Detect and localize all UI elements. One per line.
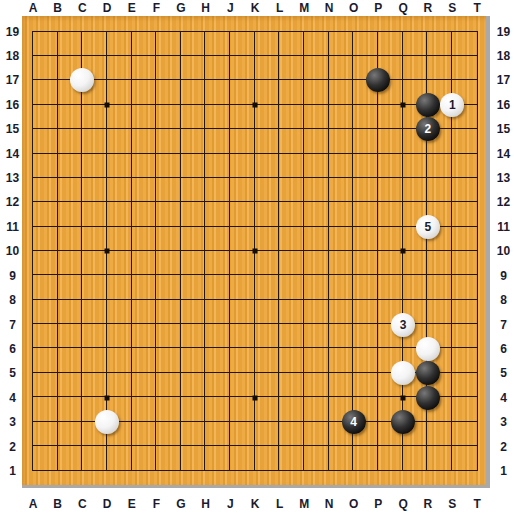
grid-cell[interactable] — [33, 154, 58, 178]
grid-cell[interactable] — [58, 422, 83, 446]
grid-cell[interactable] — [230, 227, 255, 251]
grid-cell[interactable] — [279, 154, 304, 178]
grid-cell[interactable] — [181, 80, 206, 104]
grid-cell[interactable] — [255, 300, 280, 324]
grid-cell[interactable] — [255, 348, 280, 372]
grid-cell[interactable] — [132, 56, 157, 80]
grid-cell[interactable] — [205, 154, 230, 178]
grid-cell[interactable] — [58, 129, 83, 153]
stone-q5[interactable] — [391, 361, 415, 385]
grid-cell[interactable] — [353, 105, 378, 129]
grid-cell[interactable] — [33, 56, 58, 80]
grid-cell[interactable] — [82, 105, 107, 129]
grid-cell[interactable] — [58, 300, 83, 324]
grid-cell[interactable] — [205, 178, 230, 202]
grid-cell[interactable] — [452, 32, 477, 56]
grid-cell[interactable] — [205, 324, 230, 348]
grid-cell[interactable] — [132, 275, 157, 299]
grid-cell[interactable] — [279, 324, 304, 348]
grid-cell[interactable] — [107, 56, 132, 80]
grid-cell[interactable] — [452, 275, 477, 299]
grid-cell[interactable] — [255, 56, 280, 80]
grid-cell[interactable] — [156, 422, 181, 446]
stone-q3[interactable] — [391, 410, 415, 434]
col-label-bottom-h: H — [201, 498, 210, 510]
grid-cell[interactable] — [181, 251, 206, 275]
grid-cell[interactable] — [353, 275, 378, 299]
grid-cell[interactable] — [353, 251, 378, 275]
grid-cell[interactable] — [378, 154, 403, 178]
grid-cell[interactable] — [181, 300, 206, 324]
grid-cell[interactable] — [181, 397, 206, 421]
grid-cell[interactable] — [181, 373, 206, 397]
grid-cell[interactable] — [156, 348, 181, 372]
grid-cell[interactable] — [156, 397, 181, 421]
grid-cell[interactable] — [452, 446, 477, 470]
grid-cell[interactable] — [279, 422, 304, 446]
grid-cell[interactable] — [279, 32, 304, 56]
grid-cell[interactable] — [33, 446, 58, 470]
grid-cell[interactable] — [107, 251, 132, 275]
grid-cell[interactable] — [132, 446, 157, 470]
grid-cell[interactable] — [353, 446, 378, 470]
grid-cell[interactable] — [33, 373, 58, 397]
grid-cell[interactable] — [353, 373, 378, 397]
grid-cell[interactable] — [329, 373, 354, 397]
stone-r4[interactable] — [416, 386, 440, 410]
grid-cell[interactable] — [378, 105, 403, 129]
grid-cell[interactable] — [82, 348, 107, 372]
grid-cell[interactable] — [107, 227, 132, 251]
grid-cell[interactable] — [452, 178, 477, 202]
grid-cell[interactable] — [329, 275, 354, 299]
grid-cell[interactable] — [329, 251, 354, 275]
stone-r6[interactable] — [416, 337, 440, 361]
grid-cell[interactable] — [181, 324, 206, 348]
grid-cell[interactable] — [181, 422, 206, 446]
grid-cell[interactable] — [33, 348, 58, 372]
grid-cell[interactable] — [107, 129, 132, 153]
grid-cell[interactable] — [230, 397, 255, 421]
grid-cell[interactable] — [304, 422, 329, 446]
grid-cell[interactable] — [304, 105, 329, 129]
stone-r5[interactable] — [416, 361, 440, 385]
col-label-top-o: O — [349, 2, 358, 14]
grid-cell[interactable] — [132, 32, 157, 56]
grid-cell[interactable] — [181, 56, 206, 80]
grid-cell[interactable] — [33, 178, 58, 202]
grid-cell[interactable] — [107, 300, 132, 324]
grid-cell[interactable] — [279, 80, 304, 104]
grid-cell[interactable] — [255, 422, 280, 446]
grid-cell[interactable] — [304, 348, 329, 372]
grid-cell[interactable] — [82, 251, 107, 275]
stone-s16[interactable]: 1 — [440, 93, 464, 117]
go-board[interactable]: 12534 — [22, 16, 490, 488]
grid-cell[interactable] — [58, 373, 83, 397]
grid-cell[interactable] — [279, 275, 304, 299]
grid-cell[interactable] — [304, 129, 329, 153]
grid-cell[interactable] — [181, 202, 206, 226]
grid-cell[interactable] — [156, 178, 181, 202]
stone-r16[interactable] — [416, 93, 440, 117]
col-label-top-q: Q — [398, 2, 407, 14]
grid-cell[interactable] — [205, 348, 230, 372]
grid-cell[interactable] — [378, 446, 403, 470]
grid-cell[interactable] — [427, 178, 452, 202]
grid-cell[interactable] — [378, 178, 403, 202]
grid-cell[interactable] — [427, 422, 452, 446]
grid-cell[interactable] — [279, 105, 304, 129]
grid-cell[interactable] — [304, 32, 329, 56]
grid-cell[interactable] — [107, 275, 132, 299]
grid-cell[interactable] — [329, 129, 354, 153]
grid-cell[interactable] — [329, 178, 354, 202]
grid-cell[interactable] — [329, 324, 354, 348]
grid-cell[interactable] — [181, 154, 206, 178]
grid-cell[interactable] — [255, 178, 280, 202]
grid-cell[interactable] — [452, 154, 477, 178]
grid-cell[interactable] — [82, 227, 107, 251]
grid-cell[interactable] — [279, 397, 304, 421]
grid-cell[interactable] — [279, 251, 304, 275]
grid-cell[interactable] — [304, 446, 329, 470]
stone-r15[interactable]: 2 — [416, 117, 440, 141]
grid-cell[interactable] — [205, 251, 230, 275]
grid-cell[interactable] — [452, 373, 477, 397]
grid-cell[interactable] — [205, 446, 230, 470]
grid-cell[interactable] — [205, 397, 230, 421]
grid-cell[interactable] — [132, 105, 157, 129]
grid-cell[interactable] — [452, 129, 477, 153]
grid-cell[interactable] — [378, 251, 403, 275]
grid-cell[interactable] — [304, 275, 329, 299]
grid-cell[interactable] — [205, 202, 230, 226]
grid-cell[interactable] — [156, 446, 181, 470]
grid-cell[interactable] — [33, 397, 58, 421]
grid-cell[interactable] — [205, 32, 230, 56]
stone-p17[interactable] — [366, 68, 390, 92]
grid-cell[interactable] — [33, 129, 58, 153]
grid-cell[interactable] — [378, 129, 403, 153]
grid-cell[interactable] — [82, 154, 107, 178]
grid-cell[interactable] — [205, 227, 230, 251]
grid-cell[interactable] — [181, 446, 206, 470]
grid-cell[interactable] — [33, 227, 58, 251]
stone-d3[interactable] — [95, 410, 119, 434]
grid-cell[interactable] — [427, 251, 452, 275]
grid-cell[interactable] — [427, 154, 452, 178]
grid-cell[interactable] — [107, 202, 132, 226]
grid-cell[interactable] — [58, 324, 83, 348]
grid-cell[interactable] — [181, 105, 206, 129]
grid-cell[interactable] — [107, 178, 132, 202]
grid-cell[interactable] — [255, 32, 280, 56]
grid-cell[interactable] — [82, 202, 107, 226]
grid-cell[interactable] — [132, 80, 157, 104]
stone-o3[interactable]: 4 — [342, 410, 366, 434]
grid-cell[interactable] — [132, 397, 157, 421]
grid-cell[interactable] — [304, 300, 329, 324]
grid-cell[interactable] — [132, 324, 157, 348]
grid-cell[interactable] — [156, 56, 181, 80]
grid-cell[interactable] — [107, 80, 132, 104]
grid-cell[interactable] — [378, 202, 403, 226]
grid-cell[interactable] — [353, 178, 378, 202]
grid-cell[interactable] — [132, 422, 157, 446]
grid-cell[interactable] — [107, 446, 132, 470]
grid-cell[interactable] — [33, 422, 58, 446]
grid-cell[interactable] — [33, 105, 58, 129]
grid-cell[interactable] — [230, 129, 255, 153]
grid-cell[interactable] — [403, 154, 428, 178]
grid-cell[interactable] — [58, 32, 83, 56]
grid-cell[interactable] — [304, 56, 329, 80]
grid-cell[interactable] — [353, 227, 378, 251]
grid-cell[interactable] — [156, 32, 181, 56]
grid-cell[interactable] — [82, 300, 107, 324]
grid-cell[interactable] — [378, 32, 403, 56]
grid-cell[interactable] — [427, 32, 452, 56]
grid-cell[interactable] — [58, 202, 83, 226]
grid-cell[interactable] — [452, 397, 477, 421]
grid-cell[interactable] — [156, 227, 181, 251]
grid-cell[interactable] — [255, 373, 280, 397]
grid-cell[interactable] — [329, 348, 354, 372]
grid-cell[interactable] — [329, 446, 354, 470]
grid-cell[interactable] — [279, 178, 304, 202]
grid-cell[interactable] — [304, 178, 329, 202]
grid-cell[interactable] — [181, 178, 206, 202]
grid-cell[interactable] — [58, 251, 83, 275]
grid-cell[interactable] — [255, 275, 280, 299]
grid-cell[interactable] — [452, 251, 477, 275]
grid-cell[interactable] — [156, 129, 181, 153]
grid-cell[interactable] — [353, 32, 378, 56]
grid-cell[interactable] — [181, 129, 206, 153]
grid-cell[interactable] — [452, 202, 477, 226]
grid-cell[interactable] — [156, 202, 181, 226]
grid-cell[interactable] — [403, 446, 428, 470]
grid-cell[interactable] — [304, 202, 329, 226]
grid-cell[interactable] — [82, 275, 107, 299]
grid-cell[interactable] — [403, 32, 428, 56]
grid-cell[interactable] — [452, 422, 477, 446]
grid-cell[interactable] — [255, 227, 280, 251]
grid-cell[interactable] — [58, 397, 83, 421]
grid-cell[interactable] — [452, 300, 477, 324]
grid-cell[interactable] — [156, 80, 181, 104]
grid-cell[interactable] — [329, 154, 354, 178]
grid-cell[interactable] — [329, 32, 354, 56]
grid-cell[interactable] — [452, 56, 477, 80]
grid-cell[interactable] — [427, 446, 452, 470]
grid-cell[interactable] — [230, 105, 255, 129]
grid-cell[interactable] — [452, 324, 477, 348]
stone-q7[interactable]: 3 — [391, 313, 415, 337]
grid-cell[interactable] — [279, 227, 304, 251]
grid-cell[interactable] — [181, 348, 206, 372]
grid-cell[interactable] — [205, 275, 230, 299]
grid-cell[interactable] — [329, 227, 354, 251]
grid-cell[interactable] — [107, 324, 132, 348]
grid-cell[interactable] — [255, 105, 280, 129]
grid-cell[interactable] — [230, 422, 255, 446]
grid-cell[interactable] — [304, 397, 329, 421]
grid-cell[interactable] — [58, 275, 83, 299]
grid-cell[interactable] — [132, 348, 157, 372]
grid-cell[interactable] — [58, 446, 83, 470]
grid-cell[interactable] — [230, 32, 255, 56]
grid-cell[interactable] — [230, 373, 255, 397]
grid-cell[interactable] — [304, 373, 329, 397]
grid-cell[interactable] — [452, 348, 477, 372]
grid-cell[interactable] — [156, 154, 181, 178]
grid-cell[interactable] — [230, 446, 255, 470]
grid-cell[interactable] — [304, 227, 329, 251]
grid-cell[interactable] — [156, 373, 181, 397]
row-label-right-9: 9 — [500, 270, 507, 282]
grid-cell[interactable] — [304, 154, 329, 178]
grid-cell[interactable] — [403, 56, 428, 80]
grid-cell[interactable] — [82, 129, 107, 153]
grid-cell[interactable] — [427, 275, 452, 299]
grid-cell[interactable] — [156, 275, 181, 299]
grid-cell[interactable] — [255, 80, 280, 104]
grid-cell[interactable] — [33, 32, 58, 56]
grid-cell[interactable] — [156, 324, 181, 348]
grid-cell[interactable] — [230, 251, 255, 275]
grid-cell[interactable] — [132, 129, 157, 153]
grid-cell[interactable] — [255, 397, 280, 421]
grid-cell[interactable] — [230, 154, 255, 178]
grid-cell[interactable] — [205, 422, 230, 446]
grid-cell[interactable] — [181, 32, 206, 56]
grid-cell[interactable] — [205, 129, 230, 153]
grid-cell[interactable] — [279, 446, 304, 470]
grid-cell[interactable] — [132, 300, 157, 324]
grid-cell[interactable] — [107, 154, 132, 178]
grid-cell[interactable] — [205, 105, 230, 129]
grid-cell[interactable] — [378, 227, 403, 251]
grid-cell[interactable] — [132, 373, 157, 397]
grid-cell[interactable] — [230, 178, 255, 202]
grid-cell[interactable] — [255, 324, 280, 348]
grid-cell[interactable] — [353, 324, 378, 348]
grid-cell[interactable] — [279, 348, 304, 372]
grid-cell[interactable] — [279, 373, 304, 397]
grid-cell[interactable] — [230, 202, 255, 226]
grid-cell[interactable] — [353, 348, 378, 372]
grid-cell[interactable] — [156, 251, 181, 275]
grid-cell[interactable] — [329, 56, 354, 80]
grid-cell[interactable] — [329, 80, 354, 104]
stone-c17[interactable] — [70, 68, 94, 92]
grid-cell[interactable] — [279, 300, 304, 324]
grid-cell[interactable] — [82, 178, 107, 202]
grid-cell[interactable] — [33, 275, 58, 299]
grid-cell[interactable] — [353, 129, 378, 153]
grid-cell[interactable] — [427, 300, 452, 324]
grid-cell[interactable] — [132, 251, 157, 275]
grid-cell[interactable] — [304, 80, 329, 104]
grid-cell[interactable] — [279, 129, 304, 153]
grid-cell[interactable] — [230, 324, 255, 348]
grid-cell[interactable] — [403, 178, 428, 202]
grid-cell[interactable] — [33, 251, 58, 275]
grid-cell[interactable] — [230, 80, 255, 104]
grid-cell[interactable] — [33, 202, 58, 226]
grid-cell[interactable] — [58, 348, 83, 372]
grid-cell[interactable] — [255, 251, 280, 275]
grid-cell[interactable] — [304, 324, 329, 348]
grid-cell[interactable] — [403, 275, 428, 299]
grid-cell[interactable] — [205, 373, 230, 397]
grid-cell[interactable] — [329, 202, 354, 226]
grid-cell[interactable] — [230, 300, 255, 324]
grid-cell[interactable] — [353, 202, 378, 226]
grid-cell[interactable] — [58, 105, 83, 129]
grid-cell[interactable] — [33, 324, 58, 348]
grid-cell[interactable] — [255, 154, 280, 178]
grid-cell[interactable] — [255, 446, 280, 470]
grid-cell[interactable] — [205, 80, 230, 104]
grid-cell[interactable] — [329, 300, 354, 324]
grid-cell[interactable] — [33, 80, 58, 104]
grid-cell[interactable] — [255, 202, 280, 226]
grid-cell[interactable] — [279, 202, 304, 226]
grid-cell[interactable] — [58, 227, 83, 251]
grid-cell[interactable] — [107, 348, 132, 372]
grid-cell[interactable] — [58, 178, 83, 202]
grid-cell[interactable] — [378, 275, 403, 299]
grid-cell[interactable] — [107, 105, 132, 129]
grid-cell[interactable] — [156, 105, 181, 129]
grid-cell[interactable] — [132, 178, 157, 202]
grid-cell[interactable] — [230, 56, 255, 80]
grid-cell[interactable] — [329, 105, 354, 129]
grid-cell[interactable] — [205, 56, 230, 80]
grid-cell[interactable] — [205, 300, 230, 324]
grid-cell[interactable] — [107, 32, 132, 56]
stone-r11[interactable]: 5 — [416, 215, 440, 239]
grid-cell[interactable] — [230, 348, 255, 372]
row-label-right-19: 19 — [497, 26, 510, 38]
grid-cell[interactable] — [156, 300, 181, 324]
grid-cell[interactable] — [427, 56, 452, 80]
grid-cell[interactable] — [403, 251, 428, 275]
grid-cell[interactable] — [132, 154, 157, 178]
grid-cell[interactable] — [82, 373, 107, 397]
grid-cell[interactable] — [255, 129, 280, 153]
grid-cell[interactable] — [230, 275, 255, 299]
grid-cell[interactable] — [181, 227, 206, 251]
grid-cell[interactable] — [132, 202, 157, 226]
grid-cell[interactable] — [132, 227, 157, 251]
grid-cell[interactable] — [279, 56, 304, 80]
grid-cell[interactable] — [452, 227, 477, 251]
grid-cell[interactable] — [353, 300, 378, 324]
grid-cell[interactable] — [33, 300, 58, 324]
grid-cell[interactable] — [58, 154, 83, 178]
grid-cell[interactable] — [181, 275, 206, 299]
grid-cell[interactable] — [353, 154, 378, 178]
grid-cell[interactable] — [82, 446, 107, 470]
grid-cell[interactable] — [107, 373, 132, 397]
grid-cell[interactable] — [304, 251, 329, 275]
grid-cell[interactable] — [82, 32, 107, 56]
grid-cell[interactable] — [82, 324, 107, 348]
